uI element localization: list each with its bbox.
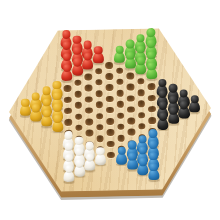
peg-head <box>137 56 146 65</box>
peg-head <box>147 39 156 48</box>
peg-head <box>53 114 62 123</box>
peg-red[interactable] <box>92 46 104 64</box>
peg-head <box>75 136 84 145</box>
peg-head <box>149 140 158 149</box>
peg-head <box>62 41 71 50</box>
peg-head <box>149 129 158 138</box>
peg-head <box>42 87 51 96</box>
peg-head <box>149 163 158 172</box>
peg-white[interactable] <box>73 159 85 177</box>
peg-head <box>159 101 168 110</box>
peg-head <box>73 35 82 44</box>
peg-head <box>73 58 82 67</box>
peg-head <box>42 98 51 107</box>
peg-head <box>53 92 62 101</box>
peg-black[interactable] <box>157 112 169 130</box>
peg-head <box>190 95 199 104</box>
peg-black[interactable] <box>178 100 190 118</box>
peg-head <box>147 62 156 71</box>
peg-head <box>64 142 73 151</box>
peg-head <box>159 112 168 121</box>
peg-head <box>86 142 95 151</box>
peg-head <box>126 40 135 49</box>
peg-head <box>21 98 30 107</box>
peg-head <box>147 51 156 60</box>
peg-black[interactable] <box>167 106 179 124</box>
peg-head <box>126 51 135 60</box>
peg-head <box>128 141 137 150</box>
peg-yellow[interactable] <box>51 114 63 132</box>
peg-head <box>63 52 72 61</box>
peg-head <box>83 41 92 50</box>
peg-head <box>169 95 178 104</box>
board-group <box>0 0 220 220</box>
peg-head <box>180 100 189 109</box>
peg-red[interactable] <box>71 58 83 76</box>
chinese-checkers-product-photo <box>0 0 220 220</box>
peg-head <box>128 152 137 161</box>
peg-head <box>32 104 41 113</box>
peg-head <box>169 106 178 115</box>
peg-black[interactable] <box>188 95 200 113</box>
peg-head <box>62 30 71 39</box>
peg-white[interactable] <box>94 147 106 165</box>
peg-blue[interactable] <box>147 163 159 181</box>
peg-white[interactable] <box>63 165 75 183</box>
peg-white[interactable] <box>84 153 96 171</box>
peg-green[interactable] <box>145 62 157 80</box>
peg-red[interactable] <box>61 64 73 82</box>
peg-head <box>53 81 62 90</box>
peg-head <box>169 84 178 93</box>
peg-head <box>53 103 62 112</box>
peg-head <box>139 157 148 166</box>
peg-head <box>75 159 84 168</box>
peg-red[interactable] <box>82 52 94 70</box>
peg-head <box>149 152 158 161</box>
pegs-layer <box>0 0 220 220</box>
peg-head <box>64 131 73 140</box>
peg-head <box>147 28 156 37</box>
